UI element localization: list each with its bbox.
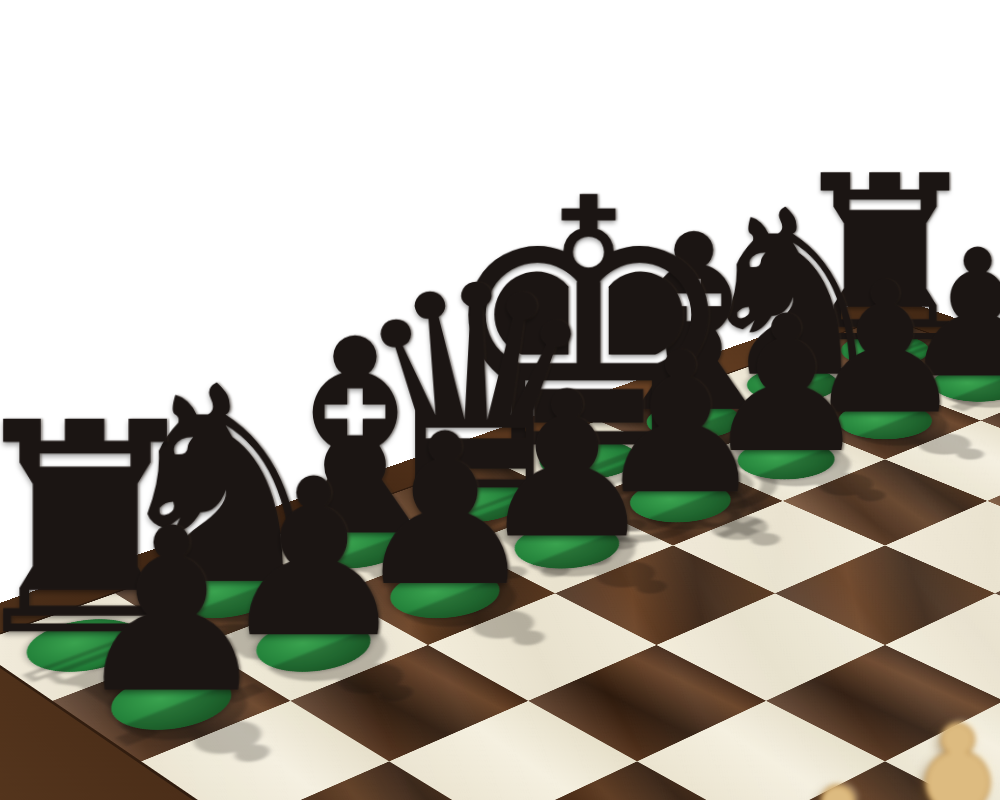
white-pawn-d2: ♟ [858,678,1000,800]
chess-board: ♜♜♞♞♟♟♝♝♟♟♚♚♟♟♛♛♟♟♝♝♟♟♞♞♟♟♜♜♟♟♟♟ [0,294,1000,800]
black-rook-h8: ♜ [758,122,1000,350]
photo-frame: ♜♜♞♞♟♟♝♝♟♟♚♚♟♟♛♛♟♟♝♝♟♟♞♞♟♟♜♜♟♟♟♟ ♟♟ [0,0,1000,800]
